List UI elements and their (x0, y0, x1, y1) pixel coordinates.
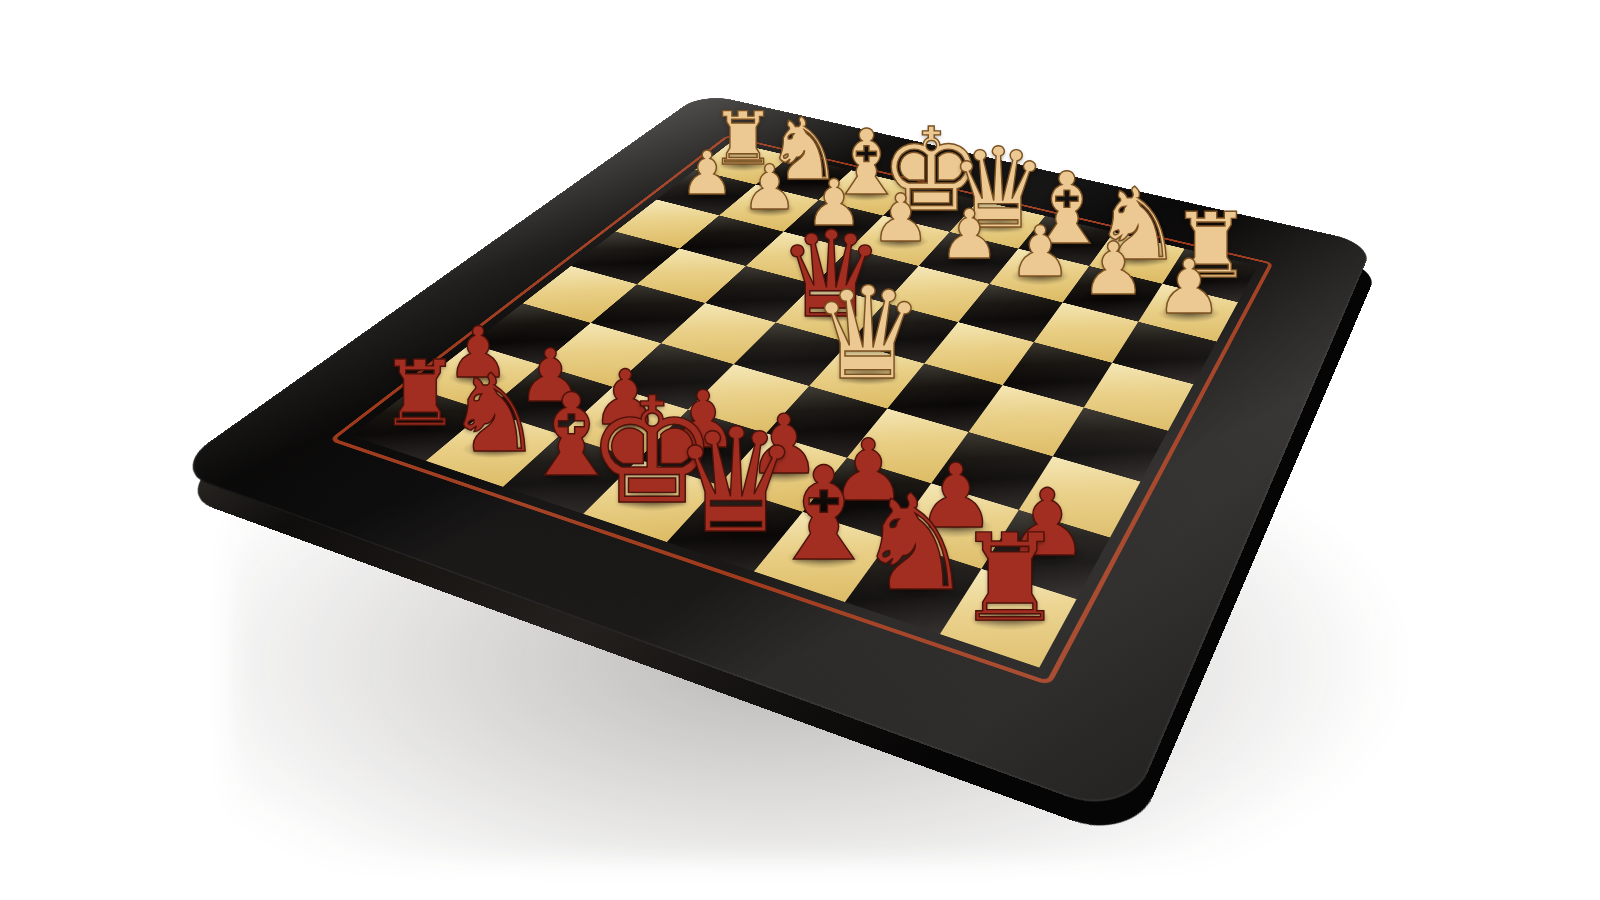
piece-white-queen-d5: ♛ (810, 270, 925, 398)
pieces-layer: ♜♞♟♝♟♚♟♛♟♝♟♞♜♟♟♟♛♛♟♟♟♜♟♞♟♝♟♚♟♛♟♝♞♜ (0, 0, 1600, 900)
chess-set-photo: ♜♞♟♝♟♚♟♛♟♝♟♞♜♟♟♟♛♛♟♟♟♜♟♞♟♝♟♚♟♛♟♝♞♜ (0, 0, 1600, 900)
piece-red-rook-a8: ♜ (956, 518, 1064, 639)
piece-white-pawn-c2: ♟ (1009, 217, 1072, 288)
piece-white-pawn-b2: ♟ (1081, 233, 1146, 306)
piece-white-pawn-h2: ♟ (680, 143, 734, 203)
piece-white-pawn-d2: ♟ (939, 201, 1000, 269)
piece-white-pawn-a2: ♟ (1155, 250, 1223, 325)
